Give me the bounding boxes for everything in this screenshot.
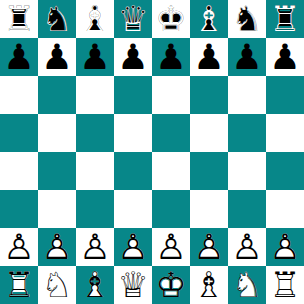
square-f6[interactable] bbox=[190, 76, 228, 114]
square-e6[interactable] bbox=[152, 76, 190, 114]
square-g1[interactable]: ♞♘ bbox=[228, 266, 266, 304]
square-d1[interactable]: ♛♕ bbox=[114, 266, 152, 304]
piece-white-pawn[interactable]: ♟♙ bbox=[0, 228, 38, 266]
square-b7[interactable]: ♟ bbox=[38, 38, 76, 76]
square-b1[interactable]: ♞♘ bbox=[38, 266, 76, 304]
black-pawn-glyph: ♟ bbox=[228, 38, 266, 76]
piece-black-pawn[interactable]: ♟ bbox=[114, 38, 152, 76]
white-pawn-outline: ♙ bbox=[76, 228, 114, 266]
piece-white-pawn[interactable]: ♟♙ bbox=[38, 228, 76, 266]
black-pawn-glyph: ♟ bbox=[38, 38, 76, 76]
square-h4[interactable] bbox=[266, 152, 304, 190]
square-h5[interactable] bbox=[266, 114, 304, 152]
square-b6[interactable] bbox=[38, 76, 76, 114]
square-a6[interactable] bbox=[0, 76, 38, 114]
piece-white-pawn[interactable]: ♟♙ bbox=[114, 228, 152, 266]
piece-black-rook[interactable]: ♜♖ bbox=[0, 0, 38, 38]
piece-white-bishop[interactable]: ♝♗ bbox=[190, 266, 228, 304]
white-pawn-outline: ♙ bbox=[38, 228, 76, 266]
black-pawn-glyph: ♟ bbox=[0, 38, 38, 76]
square-c2[interactable]: ♟♙ bbox=[76, 228, 114, 266]
square-b2[interactable]: ♟♙ bbox=[38, 228, 76, 266]
black-pawn-glyph: ♟ bbox=[152, 38, 190, 76]
square-d8[interactable]: ♛♕ bbox=[114, 0, 152, 38]
piece-black-pawn[interactable]: ♟ bbox=[266, 38, 304, 76]
black-queen-outline: ♕ bbox=[114, 0, 152, 38]
white-queen-outline: ♕ bbox=[114, 266, 152, 304]
square-g3[interactable] bbox=[228, 190, 266, 228]
square-d4[interactable] bbox=[114, 152, 152, 190]
square-f2[interactable]: ♟♙ bbox=[190, 228, 228, 266]
square-g8[interactable]: ♞♘ bbox=[228, 0, 266, 38]
black-bishop-outline: ♗ bbox=[76, 0, 114, 38]
piece-black-rook[interactable]: ♜♖ bbox=[266, 0, 304, 38]
black-rook-outline: ♖ bbox=[0, 0, 38, 38]
square-b5[interactable] bbox=[38, 114, 76, 152]
piece-black-pawn[interactable]: ♟ bbox=[0, 38, 38, 76]
square-a7[interactable]: ♟ bbox=[0, 38, 38, 76]
square-d2[interactable]: ♟♙ bbox=[114, 228, 152, 266]
square-d6[interactable] bbox=[114, 76, 152, 114]
black-bishop-outline: ♗ bbox=[190, 0, 228, 38]
square-e4[interactable] bbox=[152, 152, 190, 190]
white-pawn-outline: ♙ bbox=[190, 228, 228, 266]
piece-black-queen[interactable]: ♛♕ bbox=[114, 0, 152, 38]
piece-white-rook[interactable]: ♜♖ bbox=[0, 266, 38, 304]
square-a3[interactable] bbox=[0, 190, 38, 228]
square-f4[interactable] bbox=[190, 152, 228, 190]
square-f8[interactable]: ♝♗ bbox=[190, 0, 228, 38]
black-pawn-glyph: ♟ bbox=[76, 38, 114, 76]
square-c5[interactable] bbox=[76, 114, 114, 152]
square-g4[interactable] bbox=[228, 152, 266, 190]
white-pawn-outline: ♙ bbox=[152, 228, 190, 266]
square-c6[interactable] bbox=[76, 76, 114, 114]
piece-black-pawn[interactable]: ♟ bbox=[152, 38, 190, 76]
square-g5[interactable] bbox=[228, 114, 266, 152]
square-c7[interactable]: ♟ bbox=[76, 38, 114, 76]
square-f5[interactable] bbox=[190, 114, 228, 152]
square-c8[interactable]: ♝♗ bbox=[76, 0, 114, 38]
piece-black-knight[interactable]: ♞♘ bbox=[38, 0, 76, 38]
white-rook-outline: ♖ bbox=[0, 266, 38, 304]
square-f7[interactable]: ♟ bbox=[190, 38, 228, 76]
chess-board: ♜♖♞♘♝♗♛♕♚♔♝♗♞♘♜♖♟♟♟♟♟♟♟♟♟♙♟♙♟♙♟♙♟♙♟♙♟♙♟♙… bbox=[0, 0, 304, 304]
square-f1[interactable]: ♝♗ bbox=[190, 266, 228, 304]
piece-white-pawn[interactable]: ♟♙ bbox=[152, 228, 190, 266]
black-knight-outline: ♘ bbox=[38, 0, 76, 38]
white-bishop-outline: ♗ bbox=[76, 266, 114, 304]
piece-black-pawn[interactable]: ♟ bbox=[190, 38, 228, 76]
white-bishop-outline: ♗ bbox=[190, 266, 228, 304]
piece-white-knight[interactable]: ♞♘ bbox=[228, 266, 266, 304]
square-d5[interactable] bbox=[114, 114, 152, 152]
white-knight-outline: ♘ bbox=[228, 266, 266, 304]
piece-black-knight[interactable]: ♞♘ bbox=[228, 0, 266, 38]
piece-black-pawn[interactable]: ♟ bbox=[76, 38, 114, 76]
square-d3[interactable] bbox=[114, 190, 152, 228]
piece-white-rook[interactable]: ♜♖ bbox=[266, 266, 304, 304]
square-e2[interactable]: ♟♙ bbox=[152, 228, 190, 266]
piece-white-knight[interactable]: ♞♘ bbox=[38, 266, 76, 304]
white-rook-outline: ♖ bbox=[266, 266, 304, 304]
square-b3[interactable] bbox=[38, 190, 76, 228]
square-g2[interactable]: ♟♙ bbox=[228, 228, 266, 266]
square-h7[interactable]: ♟ bbox=[266, 38, 304, 76]
piece-white-bishop[interactable]: ♝♗ bbox=[76, 266, 114, 304]
piece-white-pawn[interactable]: ♟♙ bbox=[190, 228, 228, 266]
white-pawn-outline: ♙ bbox=[266, 228, 304, 266]
white-pawn-outline: ♙ bbox=[114, 228, 152, 266]
white-knight-outline: ♘ bbox=[38, 266, 76, 304]
square-e5[interactable] bbox=[152, 114, 190, 152]
black-king-outline: ♔ bbox=[152, 0, 190, 38]
black-pawn-glyph: ♟ bbox=[266, 38, 304, 76]
square-a4[interactable] bbox=[0, 152, 38, 190]
piece-white-pawn[interactable]: ♟♙ bbox=[228, 228, 266, 266]
piece-black-bishop[interactable]: ♝♗ bbox=[190, 0, 228, 38]
square-h1[interactable]: ♜♖ bbox=[266, 266, 304, 304]
black-rook-outline: ♖ bbox=[266, 0, 304, 38]
piece-black-king[interactable]: ♚♔ bbox=[152, 0, 190, 38]
piece-white-queen[interactable]: ♛♕ bbox=[114, 266, 152, 304]
piece-black-pawn[interactable]: ♟ bbox=[38, 38, 76, 76]
square-a1[interactable]: ♜♖ bbox=[0, 266, 38, 304]
white-pawn-outline: ♙ bbox=[0, 228, 38, 266]
square-e8[interactable]: ♚♔ bbox=[152, 0, 190, 38]
square-h6[interactable] bbox=[266, 76, 304, 114]
black-knight-outline: ♘ bbox=[228, 0, 266, 38]
square-h3[interactable] bbox=[266, 190, 304, 228]
square-b4[interactable] bbox=[38, 152, 76, 190]
piece-black-pawn[interactable]: ♟ bbox=[228, 38, 266, 76]
square-e3[interactable] bbox=[152, 190, 190, 228]
black-pawn-glyph: ♟ bbox=[114, 38, 152, 76]
square-e1[interactable]: ♚♔ bbox=[152, 266, 190, 304]
square-g7[interactable]: ♟ bbox=[228, 38, 266, 76]
piece-black-bishop[interactable]: ♝♗ bbox=[76, 0, 114, 38]
square-e7[interactable]: ♟ bbox=[152, 38, 190, 76]
square-f3[interactable] bbox=[190, 190, 228, 228]
square-c4[interactable] bbox=[76, 152, 114, 190]
white-pawn-outline: ♙ bbox=[228, 228, 266, 266]
square-a5[interactable] bbox=[0, 114, 38, 152]
square-d7[interactable]: ♟ bbox=[114, 38, 152, 76]
square-h8[interactable]: ♜♖ bbox=[266, 0, 304, 38]
piece-white-king[interactable]: ♚♔ bbox=[152, 266, 190, 304]
black-pawn-glyph: ♟ bbox=[190, 38, 228, 76]
piece-white-pawn[interactable]: ♟♙ bbox=[76, 228, 114, 266]
square-a2[interactable]: ♟♙ bbox=[0, 228, 38, 266]
piece-white-pawn[interactable]: ♟♙ bbox=[266, 228, 304, 266]
white-king-outline: ♔ bbox=[152, 266, 190, 304]
square-g6[interactable] bbox=[228, 76, 266, 114]
square-c1[interactable]: ♝♗ bbox=[76, 266, 114, 304]
square-c3[interactable] bbox=[76, 190, 114, 228]
square-a8[interactable]: ♜♖ bbox=[0, 0, 38, 38]
square-b8[interactable]: ♞♘ bbox=[38, 0, 76, 38]
square-h2[interactable]: ♟♙ bbox=[266, 228, 304, 266]
